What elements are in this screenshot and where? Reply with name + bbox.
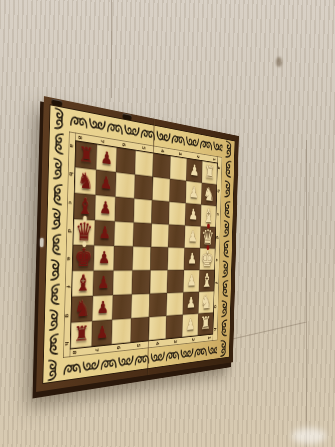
board-square (112, 294, 132, 319)
board-square: ♟ (186, 181, 202, 205)
piece-red-pawn: ♟ (94, 224, 114, 241)
finial-tip-icon (83, 215, 87, 221)
piece-white-pawn: ♟ (185, 206, 201, 222)
board-square: ♟ (95, 195, 116, 221)
board-square (152, 200, 170, 224)
piece-red-rook: ♜ (75, 143, 96, 167)
board-square: ♟ (182, 314, 198, 337)
scroll-ornament-icon (225, 139, 233, 159)
board-square: ♟ (96, 170, 117, 197)
piece-red-knight: ♞ (75, 168, 97, 192)
piece-white-knight: ♞ (198, 292, 213, 311)
piece-white-pawn: ♟ (185, 229, 201, 244)
board-square: ♟ (185, 203, 201, 226)
board-square (114, 221, 134, 246)
board-square (170, 156, 187, 181)
board-square: ♟ (96, 145, 116, 173)
board-square (169, 202, 186, 226)
piece-red-pawn: ♟ (93, 274, 113, 291)
piece-white-knight: ♞ (201, 184, 216, 204)
scroll-ornament-icon (220, 339, 228, 359)
board-square: ♜ (198, 313, 214, 336)
piece-red-rook: ♜ (71, 323, 93, 346)
board-square: ♞ (75, 167, 97, 195)
board-square: ♟ (93, 271, 114, 296)
chessboard-scene: 87654321 87654321 abcdefgh abcdefgh ♜♟♟♜… (36, 96, 335, 400)
board-square (134, 198, 153, 223)
piece-white-pawn: ♟ (182, 317, 198, 333)
board-square (150, 270, 168, 293)
board-square: ♜ (75, 141, 97, 170)
board-square (131, 317, 150, 342)
board-square (166, 315, 183, 339)
piece-red-pawn: ♟ (95, 198, 115, 216)
board-square (132, 270, 151, 294)
board-square (112, 318, 132, 344)
board-square (151, 224, 169, 248)
board-square (168, 247, 185, 270)
board-square: ♟ (186, 159, 202, 183)
board-squares: ♜♟♟♜♞♟♟♞♝♟♟♝♛♟♟♛♚♟♟♚♝♟♟♝♞♟♟♞♜♟♟♜ (71, 141, 218, 348)
clasp-icon (40, 238, 44, 247)
board-square: ♟ (92, 295, 113, 321)
board-square (113, 270, 133, 295)
piece-white-rook: ♜ (202, 162, 217, 182)
floor-light-reflection (292, 428, 326, 444)
board-square: ♟ (183, 270, 199, 292)
board-square: ♚ (199, 248, 214, 270)
board-square: ♟ (183, 292, 199, 315)
board-square: ♟ (184, 248, 200, 270)
scroll-ornament-icon (222, 239, 230, 258)
board-square: ♞ (198, 291, 213, 313)
board-square (116, 148, 135, 175)
chess-box-frame: 87654321 87654321 abcdefgh abcdefgh ♜♟♟♜… (36, 96, 239, 392)
board-square (132, 246, 151, 270)
piece-white-rook: ♜ (198, 314, 213, 333)
board-square: ♟ (94, 245, 115, 270)
piece-red-knight: ♞ (71, 297, 93, 320)
board-square (135, 151, 154, 177)
board-square: ♟ (94, 220, 115, 246)
piece-red-bishop: ♝ (72, 272, 94, 294)
board-square: ♜ (202, 161, 217, 185)
piece-red-pawn: ♟ (94, 249, 114, 266)
board-square: ♟ (184, 225, 200, 248)
piece-white-king: ♚ (200, 248, 215, 269)
photo-canvas: { "game": "chess", "position": { "fen": … (0, 0, 335, 447)
board-square (133, 222, 152, 246)
piece-red-pawn: ♟ (96, 173, 116, 192)
board-square (152, 177, 170, 202)
board-square (169, 179, 186, 203)
board-square: ♝ (72, 271, 94, 297)
board-square (168, 225, 185, 248)
board-square (134, 175, 153, 201)
piece-white-pawn: ♟ (186, 184, 202, 200)
piece-red-king: ♚ (73, 244, 95, 269)
floor-plank-seam (111, 0, 112, 98)
board-square (115, 197, 135, 223)
board-square (113, 246, 133, 271)
piece-red-pawn: ♟ (92, 323, 112, 341)
piece-red-pawn: ♟ (96, 148, 116, 167)
piece-white-pawn: ♟ (184, 251, 200, 266)
piece-red-pawn: ♟ (92, 299, 112, 317)
board-square: ♞ (71, 296, 93, 323)
piece-red-bishop: ♝ (74, 194, 96, 217)
finial-tip-icon (207, 223, 210, 228)
scroll-ornament-icon (199, 138, 213, 152)
board-square: ♝ (199, 270, 214, 292)
piece-white-pawn: ♟ (183, 295, 199, 311)
piece-white-bishop: ♝ (201, 205, 216, 224)
board-square (149, 316, 167, 341)
board-square (150, 247, 168, 270)
board-square (166, 292, 183, 315)
finial-tip-icon (206, 245, 209, 250)
board-square (149, 293, 167, 317)
board-square: ♞ (201, 183, 216, 206)
board-square (167, 270, 184, 293)
scroll-ornament-icon (53, 106, 65, 132)
board-square: ♟ (92, 320, 113, 347)
scroll-ornament-icon (47, 358, 59, 383)
board-square (131, 294, 150, 319)
piece-white-bishop: ♝ (199, 271, 214, 290)
board-square (115, 172, 135, 198)
board-square: ♚ (73, 245, 95, 271)
piece-white-pawn: ♟ (183, 273, 199, 288)
scroll-ornament-icon (50, 232, 62, 256)
piece-white-pawn: ♟ (186, 162, 202, 179)
board-square: ♜ (71, 321, 93, 348)
finial-tip-icon (82, 241, 86, 247)
floor-knot (276, 57, 282, 67)
board-square (153, 153, 171, 179)
